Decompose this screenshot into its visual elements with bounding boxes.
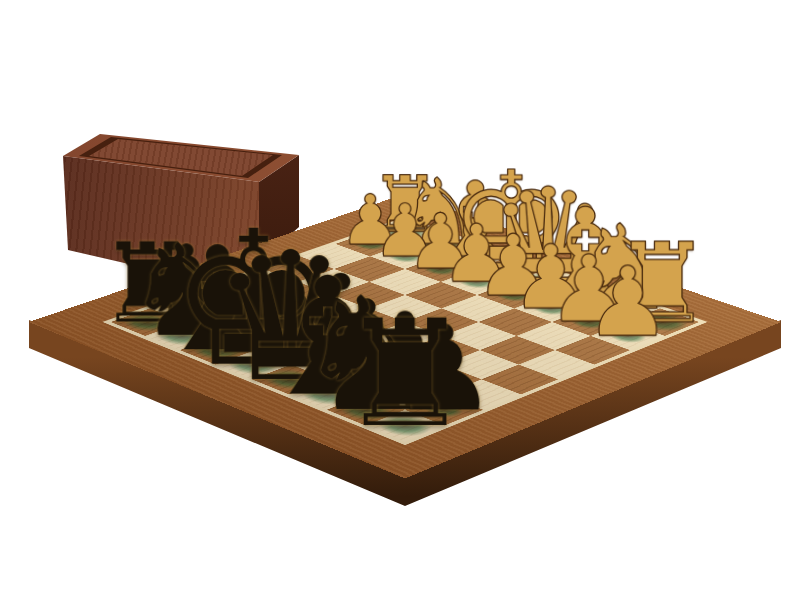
chess-scene: ♜♞♟♝♟♚♟♛♟♝♟♞♟♟♜♟♟♜♟♟♞♟♝♟♚♟♛♟♝♟♞♜ <box>0 0 800 600</box>
black-rook-glyph: ♜ <box>339 301 471 448</box>
product-photo-scene: ♜♞♟♝♟♚♟♛♟♝♟♞♟♟♜♟♟♜♟♟♞♟♝♟♚♟♛♟♝♟♞♜ <box>0 0 800 600</box>
chess-board: ♜♞♟♝♟♚♟♛♟♝♟♞♟♟♜♟♟♜♟♟♞♟♝♟♚♟♛♟♝♟♞♜ <box>29 194 781 479</box>
